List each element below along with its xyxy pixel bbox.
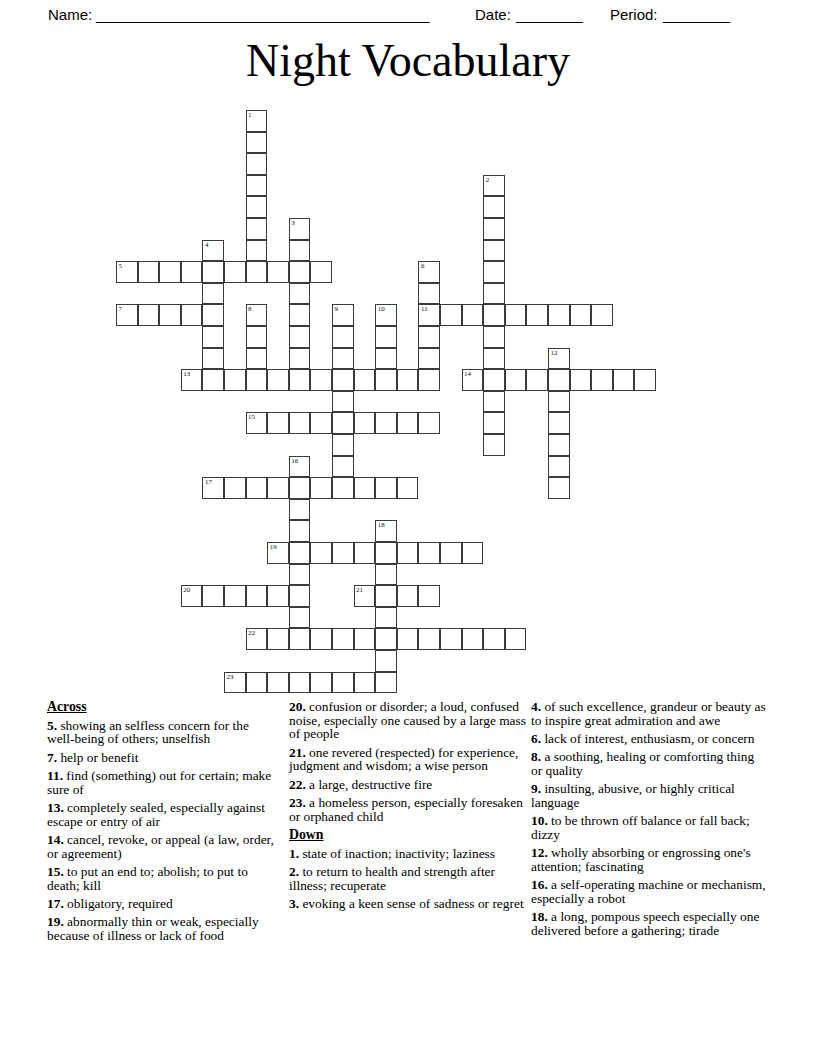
- grid-cell-r23c8[interactable]: [289, 607, 311, 629]
- grid-cell-r8c4[interactable]: [202, 283, 224, 305]
- grid-cell-r9c17[interactable]: [483, 304, 505, 326]
- grid-cell-r24c8[interactable]: [289, 628, 311, 650]
- clue-10: 10. to be thrown off balance or fall bac…: [531, 814, 767, 841]
- grid-cell-r9c1[interactable]: [138, 304, 160, 326]
- clue-22: 22. a large, destructive fire: [289, 778, 532, 792]
- cell-number-22: 22: [248, 629, 255, 637]
- grid-cell-r17c11[interactable]: [354, 477, 376, 499]
- clue-8: 8. a soothing, healing or comforting thi…: [531, 750, 767, 777]
- down-header: Down: [289, 828, 532, 842]
- grid-cell-r12c19[interactable]: [526, 369, 548, 391]
- grid-cell-r12c21[interactable]: [570, 369, 592, 391]
- grid-cell-r24c14[interactable]: [418, 628, 440, 650]
- grid-cell-r7c2[interactable]: [159, 261, 181, 283]
- cell-number-21: 21: [356, 586, 363, 594]
- grid-cell-r23c12[interactable]: [375, 607, 397, 629]
- grid-cell-r9c18[interactable]: [505, 304, 527, 326]
- grid-cell-r22c8[interactable]: [289, 585, 311, 607]
- grid-cell-r17c8[interactable]: [289, 477, 311, 499]
- grid-cell-r10c6[interactable]: [246, 326, 268, 348]
- clue-6: 6. lack of interest, enthusiasm, or conc…: [531, 732, 767, 746]
- grid-cell-r14c8[interactable]: [289, 412, 311, 434]
- grid-cell-r16c8[interactable]: 16: [289, 456, 311, 478]
- grid-cell-r17c13[interactable]: [397, 477, 419, 499]
- grid-cell-r26c7[interactable]: [267, 672, 289, 694]
- crossword-grid: 1234567891011121314151617181920212223: [116, 110, 657, 694]
- name-label: Name:: [48, 6, 92, 23]
- clue-20: 20. confusion or disorder; a loud, confu…: [289, 700, 532, 741]
- clue-number-22: 22.: [289, 777, 306, 792]
- grid-cell-r20c16[interactable]: [462, 542, 484, 564]
- page-title: Night Vocabulary: [0, 34, 816, 87]
- grid-cell-r6c6[interactable]: [246, 240, 268, 262]
- clue-3: 3. evoking a keen sense of sadness or re…: [289, 897, 532, 911]
- across-header: Across: [47, 700, 277, 714]
- grid-cell-r7c4[interactable]: [202, 261, 224, 283]
- clue-number-17: 17.: [47, 896, 64, 911]
- cell-number-1: 1: [248, 111, 252, 119]
- grid-cell-r9c15[interactable]: [440, 304, 462, 326]
- grid-cell-r14c6[interactable]: 15: [246, 412, 268, 434]
- cell-number-7: 7: [119, 305, 123, 313]
- cell-number-19: 19: [270, 543, 277, 551]
- date-label: Date:: [475, 6, 511, 23]
- cell-number-10: 10: [378, 305, 385, 313]
- grid-cell-r10c14[interactable]: [418, 326, 440, 348]
- cell-number-18: 18: [378, 521, 385, 529]
- grid-cell-r12c20[interactable]: [548, 369, 570, 391]
- grid-cell-r22c3[interactable]: 20: [181, 585, 203, 607]
- grid-cell-r9c19[interactable]: [526, 304, 548, 326]
- grid-cell-r26c12[interactable]: [375, 672, 397, 694]
- grid-cell-r7c1[interactable]: [138, 261, 160, 283]
- grid-cell-r24c16[interactable]: [462, 628, 484, 650]
- grid-cell-r12c3[interactable]: 13: [181, 369, 203, 391]
- grid-cell-r17c5[interactable]: [224, 477, 246, 499]
- grid-cell-r26c10[interactable]: [332, 672, 354, 694]
- grid-cell-r10c8[interactable]: [289, 326, 311, 348]
- cell-number-15: 15: [248, 413, 255, 421]
- grid-cell-r9c3[interactable]: [181, 304, 203, 326]
- grid-cell-r19c12[interactable]: 18: [375, 520, 397, 542]
- grid-cell-r11c4[interactable]: [202, 348, 224, 370]
- grid-cell-r7c0[interactable]: 5: [116, 261, 138, 283]
- grid-cell-r21c8[interactable]: [289, 564, 311, 586]
- grid-cell-r22c7[interactable]: [267, 585, 289, 607]
- grid-cell-r14c12[interactable]: [375, 412, 397, 434]
- clue-16: 16. a self-operating machine or mechanis…: [531, 878, 767, 905]
- grid-cell-r3c6[interactable]: [246, 175, 268, 197]
- grid-cell-r9c2[interactable]: [159, 304, 181, 326]
- clue-number-1: 1.: [289, 846, 299, 861]
- grid-cell-r11c6[interactable]: [246, 348, 268, 370]
- clue-column-2: 20. confusion or disorder; a loud, confu…: [289, 700, 532, 915]
- grid-cell-r24c13[interactable]: [397, 628, 419, 650]
- grid-cell-r26c11[interactable]: [354, 672, 376, 694]
- grid-cell-r10c17[interactable]: [483, 326, 505, 348]
- clue-15: 15. to put an end to; abolish; to put to…: [47, 865, 277, 892]
- clue-number-12: 12.: [531, 845, 548, 860]
- grid-cell-r13c20[interactable]: [548, 391, 570, 413]
- clue-1: 1. state of inaction; inactivity; lazine…: [289, 847, 532, 861]
- grid-cell-r22c6[interactable]: [246, 585, 268, 607]
- clue-number-3: 3.: [289, 896, 299, 911]
- grid-cell-r12c10[interactable]: [332, 369, 354, 391]
- grid-cell-r9c10[interactable]: 9: [332, 304, 354, 326]
- grid-cell-r14c11[interactable]: [354, 412, 376, 434]
- grid-cell-r13c17[interactable]: [483, 391, 505, 413]
- grid-cell-r12c13[interactable]: [397, 369, 419, 391]
- grid-cell-r20c13[interactable]: [397, 542, 419, 564]
- grid-cell-r12c17[interactable]: [483, 369, 505, 391]
- grid-cell-r17c9[interactable]: [310, 477, 332, 499]
- clue-11: 11. find (something) out for certain; ma…: [47, 769, 277, 796]
- grid-cell-r26c5[interactable]: 23: [224, 672, 246, 694]
- grid-cell-r12c6[interactable]: [246, 369, 268, 391]
- clue-column-1: Across5. showing an selfless concern for…: [47, 700, 277, 947]
- grid-cell-r12c18[interactable]: [505, 369, 527, 391]
- grid-cell-r20c8[interactable]: [289, 542, 311, 564]
- grid-cell-r7c5[interactable]: [224, 261, 246, 283]
- clue-9: 9. insulting, abusive, or highly critica…: [531, 782, 767, 809]
- clue-23: 23. a homeless person, especially foresa…: [289, 796, 532, 823]
- clue-19: 19. abnormally thin or weak, especially …: [47, 915, 277, 942]
- name-blank-line[interactable]: ________________________________________: [96, 6, 430, 23]
- grid-cell-r9c0[interactable]: 7: [116, 304, 138, 326]
- grid-cell-r26c6[interactable]: [246, 672, 268, 694]
- grid-cell-r9c6[interactable]: 8: [246, 304, 268, 326]
- grid-cell-r24c17[interactable]: [483, 628, 505, 650]
- cell-number-2: 2: [486, 176, 490, 184]
- cell-number-17: 17: [205, 478, 212, 486]
- grid-cell-r12c12[interactable]: [375, 369, 397, 391]
- grid-cell-r17c6[interactable]: [246, 477, 268, 499]
- grid-cell-r12c16[interactable]: 14: [462, 369, 484, 391]
- clue-5: 5. showing an selfless concern for the w…: [47, 719, 277, 746]
- grid-cell-r25c12[interactable]: [375, 650, 397, 672]
- cell-number-5: 5: [119, 262, 123, 270]
- cell-number-11: 11: [421, 305, 428, 313]
- grid-cell-r6c8[interactable]: [289, 240, 311, 262]
- grid-cell-r7c7[interactable]: [267, 261, 289, 283]
- grid-cell-r20c15[interactable]: [440, 542, 462, 564]
- grid-cell-r9c4[interactable]: [202, 304, 224, 326]
- grid-cell-r11c12[interactable]: [375, 348, 397, 370]
- period-blank-line[interactable]: ________: [663, 6, 730, 23]
- grid-cell-r17c7[interactable]: [267, 477, 289, 499]
- grid-cell-r22c12[interactable]: [375, 585, 397, 607]
- grid-cell-r11c10[interactable]: [332, 348, 354, 370]
- grid-cell-r5c17[interactable]: [483, 218, 505, 240]
- grid-cell-r12c7[interactable]: [267, 369, 289, 391]
- clue-number-8: 8.: [531, 749, 541, 764]
- grid-cell-r9c12[interactable]: 10: [375, 304, 397, 326]
- grid-cell-r11c17[interactable]: [483, 348, 505, 370]
- grid-cell-r14c20[interactable]: [548, 412, 570, 434]
- clue-number-19: 19.: [47, 914, 64, 929]
- grid-cell-r12c23[interactable]: [613, 369, 635, 391]
- grid-cell-r20c9[interactable]: [310, 542, 332, 564]
- clue-number-5: 5.: [47, 718, 57, 733]
- cell-number-16: 16: [291, 457, 298, 465]
- grid-cell-r4c17[interactable]: [483, 196, 505, 218]
- grid-cell-r26c8[interactable]: [289, 672, 311, 694]
- grid-cell-r22c14[interactable]: [418, 585, 440, 607]
- clue-number-18: 18.: [531, 909, 548, 924]
- clue-7: 7. help or benefit: [47, 751, 277, 765]
- grid-cell-r10c12[interactable]: [375, 326, 397, 348]
- grid-cell-r22c13[interactable]: [397, 585, 419, 607]
- clue-column-3: 4. of such excellence, grandeur or beaut…: [531, 700, 767, 942]
- clue-number-14: 14.: [47, 832, 64, 847]
- clue-number-16: 16.: [531, 877, 548, 892]
- grid-cell-r22c4[interactable]: [202, 585, 224, 607]
- cell-number-3: 3: [291, 219, 295, 227]
- clue-number-20: 20.: [289, 699, 306, 714]
- clue-number-21: 21.: [289, 745, 306, 760]
- grid-cell-r15c17[interactable]: [483, 434, 505, 456]
- worksheet-header: Name: __________________________________…: [0, 6, 816, 28]
- clue-number-4: 4.: [531, 699, 541, 714]
- cell-number-6: 6: [421, 262, 425, 270]
- clue-number-2: 2.: [289, 864, 299, 879]
- grid-cell-r24c9[interactable]: [310, 628, 332, 650]
- clue-number-23: 23.: [289, 795, 306, 810]
- grid-cell-r9c22[interactable]: [591, 304, 613, 326]
- grid-cell-r20c11[interactable]: [354, 542, 376, 564]
- cell-number-23: 23: [227, 673, 234, 681]
- grid-cell-r18c8[interactable]: [289, 499, 311, 521]
- grid-cell-r14c10[interactable]: [332, 412, 354, 434]
- grid-cell-r11c8[interactable]: [289, 348, 311, 370]
- cell-number-12: 12: [551, 349, 558, 357]
- grid-cell-r22c5[interactable]: [224, 585, 246, 607]
- grid-cell-r11c14[interactable]: [418, 348, 440, 370]
- grid-cell-r22c11[interactable]: 21: [354, 585, 376, 607]
- clue-number-13: 13.: [47, 800, 64, 815]
- cell-number-13: 13: [183, 370, 190, 378]
- grid-cell-r5c6[interactable]: [246, 218, 268, 240]
- grid-cell-r12c8[interactable]: [289, 369, 311, 391]
- date-blank-line[interactable]: ________: [516, 6, 583, 23]
- grid-cell-r17c12[interactable]: [375, 477, 397, 499]
- cell-number-14: 14: [464, 370, 471, 378]
- grid-cell-r17c10[interactable]: [332, 477, 354, 499]
- grid-cell-r14c7[interactable]: [267, 412, 289, 434]
- grid-cell-r20c7[interactable]: 19: [267, 542, 289, 564]
- grid-cell-r15c20[interactable]: [548, 434, 570, 456]
- grid-cell-r10c4[interactable]: [202, 326, 224, 348]
- clue-12: 12. wholly absorbing or engrossing one's…: [531, 846, 767, 873]
- grid-cell-r14c17[interactable]: [483, 412, 505, 434]
- grid-cell-r7c9[interactable]: [310, 261, 332, 283]
- grid-cell-r26c9[interactable]: [310, 672, 332, 694]
- grid-cell-r12c5[interactable]: [224, 369, 246, 391]
- grid-cell-r14c13[interactable]: [397, 412, 419, 434]
- clue-number-6: 6.: [531, 731, 541, 746]
- cell-number-4: 4: [205, 241, 209, 249]
- grid-cell-r12c14[interactable]: [418, 369, 440, 391]
- clue-number-15: 15.: [47, 864, 64, 879]
- grid-cell-r16c10[interactable]: [332, 456, 354, 478]
- clue-4: 4. of such excellence, grandeur or beaut…: [531, 700, 767, 727]
- clue-number-7: 7.: [47, 750, 57, 765]
- grid-cell-r14c14[interactable]: [418, 412, 440, 434]
- clue-13: 13. completely sealed, especially agains…: [47, 801, 277, 828]
- grid-cell-r20c12[interactable]: [375, 542, 397, 564]
- grid-cell-r1c6[interactable]: [246, 132, 268, 154]
- grid-cell-r20c14[interactable]: [418, 542, 440, 564]
- grid-cell-r9c21[interactable]: [570, 304, 592, 326]
- grid-cell-r12c11[interactable]: [354, 369, 376, 391]
- grid-cell-r24c12[interactable]: [375, 628, 397, 650]
- grid-cell-r19c8[interactable]: [289, 520, 311, 542]
- grid-cell-r15c10[interactable]: [332, 434, 354, 456]
- grid-cell-r24c11[interactable]: [354, 628, 376, 650]
- clue-number-9: 9.: [531, 781, 541, 796]
- grid-cell-r5c8[interactable]: 3: [289, 218, 311, 240]
- grid-cell-r2c6[interactable]: [246, 153, 268, 175]
- grid-cell-r24c18[interactable]: [505, 628, 527, 650]
- grid-cell-r12c4[interactable]: [202, 369, 224, 391]
- grid-cell-r7c17[interactable]: [483, 261, 505, 283]
- grid-cell-r0c6[interactable]: 1: [246, 110, 268, 132]
- clue-21: 21. one revered (respected) for experien…: [289, 746, 532, 773]
- cell-number-9: 9: [335, 305, 339, 313]
- grid-cell-r10c10[interactable]: [332, 326, 354, 348]
- grid-cell-r3c17[interactable]: 2: [483, 175, 505, 197]
- grid-cell-r24c10[interactable]: [332, 628, 354, 650]
- grid-cell-r24c7[interactable]: [267, 628, 289, 650]
- clue-number-11: 11.: [47, 768, 63, 783]
- clue-2: 2. to return to health and strength afte…: [289, 865, 532, 892]
- clue-18: 18. a long, pompous speech especially on…: [531, 910, 767, 937]
- grid-cell-r12c9[interactable]: [310, 369, 332, 391]
- grid-cell-r7c3[interactable]: [181, 261, 203, 283]
- grid-cell-r8c14[interactable]: [418, 283, 440, 305]
- clue-number-10: 10.: [531, 813, 548, 828]
- grid-cell-r17c20[interactable]: [548, 477, 570, 499]
- grid-cell-r7c14[interactable]: 6: [418, 261, 440, 283]
- grid-cell-r6c4[interactable]: 4: [202, 240, 224, 262]
- grid-cell-r24c15[interactable]: [440, 628, 462, 650]
- grid-cell-r12c22[interactable]: [591, 369, 613, 391]
- clue-14: 14. cancel, revoke, or appeal (a law, or…: [47, 833, 277, 860]
- grid-cell-r6c17[interactable]: [483, 240, 505, 262]
- grid-cell-r20c10[interactable]: [332, 542, 354, 564]
- grid-cell-r4c6[interactable]: [246, 196, 268, 218]
- worksheet-page: Name: __________________________________…: [0, 0, 816, 1056]
- grid-cell-r21c12[interactable]: [375, 564, 397, 586]
- grid-cell-r7c8[interactable]: [289, 261, 311, 283]
- grid-cell-r9c20[interactable]: [548, 304, 570, 326]
- grid-cell-r13c10[interactable]: [332, 391, 354, 413]
- grid-cell-r8c17[interactable]: [483, 283, 505, 305]
- cell-number-8: 8: [248, 305, 252, 313]
- clue-17: 17. obligatory, required: [47, 897, 277, 911]
- cell-number-20: 20: [183, 586, 190, 594]
- grid-cell-r9c8[interactable]: [289, 304, 311, 326]
- grid-cell-r9c14[interactable]: 11: [418, 304, 440, 326]
- grid-cell-r7c6[interactable]: [246, 261, 268, 283]
- grid-cell-r8c8[interactable]: [289, 283, 311, 305]
- grid-cell-r24c6[interactable]: 22: [246, 628, 268, 650]
- grid-cell-r16c20[interactable]: [548, 456, 570, 478]
- grid-cell-r17c4[interactable]: 17: [202, 477, 224, 499]
- period-label: Period:: [610, 6, 658, 23]
- grid-cell-r12c24[interactable]: [634, 369, 656, 391]
- grid-cell-r11c20[interactable]: 12: [548, 348, 570, 370]
- grid-cell-r9c16[interactable]: [462, 304, 484, 326]
- grid-cell-r14c9[interactable]: [310, 412, 332, 434]
